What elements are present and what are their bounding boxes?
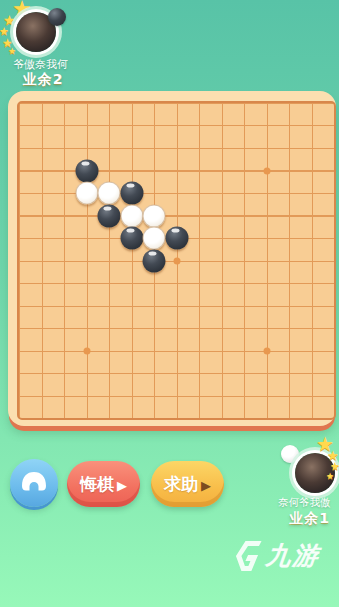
board-grid[interactable] [17,101,336,420]
white-stone [98,182,121,205]
game-screen: ★ ★ ★ ★ ★ 爷傲奈我何 业余2 悔棋 ▶ 求助 ▶ ★ ★ ★ ★ [0,0,339,607]
play-icon: ▶ [201,478,211,491]
white-stone [143,227,166,250]
home-button[interactable] [10,459,58,507]
star-point [263,347,270,354]
player-top-name: 爷傲奈我何 [13,57,68,72]
9game-logo-text: 九游 [264,539,321,572]
9game-logo-icon [234,541,263,571]
undo-button[interactable]: 悔棋 ▶ [67,461,140,507]
player-bottom-name: 奈何爷我傲 [278,496,331,510]
white-stone [75,182,98,205]
gomoku-board [8,91,336,426]
star-point [263,167,270,174]
black-stone-indicator [48,8,66,26]
star-point [83,347,90,354]
home-icon [19,469,49,497]
player-bottom: ★ ★ ★ ★ 奈何爷我傲 业余1 [270,430,339,530]
star-icon: ★ [8,47,16,56]
black-stone [75,159,98,182]
star-icon: ★ [326,472,334,481]
9game-logo: 九游 [234,539,321,572]
black-stone [143,249,166,272]
black-stone [120,227,143,250]
player-top: ★ ★ ★ ★ ★ 爷傲奈我何 业余2 [0,0,110,90]
black-stone [98,204,121,227]
undo-button-label: 悔棋 [80,473,114,496]
white-stone [143,204,166,227]
white-stone-indicator [281,445,299,463]
help-button[interactable]: 求助 ▶ [151,461,224,507]
star-point [173,257,180,264]
player-top-level: 业余2 [13,71,73,89]
black-stone [120,182,143,205]
black-stone [165,227,188,250]
player-bottom-level: 业余1 [282,510,337,528]
play-icon: ▶ [117,478,127,491]
white-stone [120,204,143,227]
help-button-label: 求助 [164,473,198,496]
